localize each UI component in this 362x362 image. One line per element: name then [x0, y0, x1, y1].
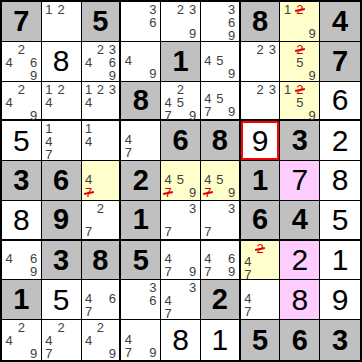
candidate-3: 3: [187, 281, 199, 294]
candidate-4: 4: [202, 173, 214, 186]
candidate-2-struck: 2: [294, 43, 306, 56]
cell-r3c5[interactable]: 24579: [161, 82, 201, 122]
cell-r4c9[interactable]: 2: [320, 121, 360, 161]
cell-r4c7[interactable]: 9: [241, 121, 281, 161]
solved-digit: 8: [291, 285, 308, 315]
candidate-3: 3: [226, 202, 238, 215]
cell-r1c3[interactable]: 5: [82, 2, 122, 42]
cell-r8c2[interactable]: 5: [42, 280, 82, 320]
cell-r6c8[interactable]: 4: [280, 201, 320, 241]
candidate-9: 9: [147, 346, 159, 359]
given-digit: 1: [133, 205, 149, 234]
candidate-4: 4: [3, 252, 15, 265]
candidate-4: 4: [3, 56, 15, 69]
solved-digit: 2: [291, 245, 308, 275]
pencil-marks: 129: [281, 3, 318, 40]
candidate-3: 3: [187, 202, 199, 215]
candidate-7: 7: [122, 346, 134, 359]
solved-digit: 5: [332, 205, 349, 235]
cell-r2c5[interactable]: 1: [161, 42, 201, 82]
candidate-2: 2: [174, 83, 186, 96]
candidate-9: 9: [187, 27, 199, 40]
candidate-4: 4: [162, 173, 174, 186]
cell-r9c1[interactable]: 249: [2, 320, 42, 360]
candidate-9: 9: [187, 265, 199, 278]
cell-r3c7[interactable]: 23: [241, 82, 281, 122]
pencil-marks: 479: [162, 242, 199, 279]
pencil-marks: 47: [242, 281, 279, 318]
cell-r9c3[interactable]: 249: [82, 320, 122, 360]
cell-r9c9[interactable]: 3: [320, 320, 360, 360]
pencil-marks: 4579: [202, 83, 238, 119]
cell-r7c9[interactable]: 1: [320, 241, 360, 281]
solved-digit: 8: [13, 205, 30, 235]
cell-r8c3[interactable]: 467: [82, 280, 122, 320]
candidate-9: 9: [106, 347, 118, 360]
cell-r9c5[interactable]: 8: [161, 320, 201, 360]
cell-r8c7[interactable]: 47: [241, 280, 281, 320]
given-digit: 8: [212, 126, 228, 155]
cell-r1c7[interactable]: 8: [241, 2, 281, 42]
candidate-7: 7: [202, 225, 214, 238]
solved-digit: 5: [53, 285, 70, 315]
candidate-2: 2: [254, 43, 266, 56]
cell-r3c4[interactable]: 8: [121, 82, 161, 122]
pencil-marks: 36: [122, 3, 159, 40]
candidate-7: 7: [162, 265, 174, 278]
cell-r7c4[interactable]: 5: [121, 241, 161, 281]
cell-r2c4[interactable]: 49: [121, 42, 161, 82]
given-digit: 8: [252, 7, 268, 36]
candidate-2: 2: [15, 43, 27, 56]
candidate-6: 6: [147, 16, 159, 29]
cell-r2c2[interactable]: 8: [42, 42, 82, 82]
candidate-2: 2: [94, 321, 106, 334]
candidate-5: 5: [174, 173, 186, 186]
solved-digit: 9: [252, 126, 269, 156]
cell-r4c1[interactable]: 5: [2, 121, 42, 161]
pencil-marks: 37: [162, 202, 199, 238]
candidate-9: 9: [306, 27, 318, 40]
candidate-4: 4: [43, 96, 55, 109]
candidate-9: 9: [28, 347, 40, 360]
candidate-1: 1: [281, 83, 293, 96]
candidate-6: 6: [106, 56, 118, 69]
given-digit: 4: [332, 7, 348, 36]
pencil-marks: 47: [122, 122, 159, 159]
pencil-marks: 467: [83, 281, 119, 318]
pencil-marks: 249: [3, 321, 40, 359]
cell-r2c9[interactable]: 7: [320, 42, 360, 82]
candidate-5: 5: [174, 96, 186, 109]
given-digit: 7: [332, 47, 348, 76]
solved-digit: 8: [172, 325, 189, 355]
cell-r6c3[interactable]: 27: [82, 201, 122, 241]
cell-r2c3[interactable]: 23469: [82, 42, 122, 82]
candidate-5: 5: [214, 54, 226, 67]
given-digit: 1: [172, 47, 188, 76]
candidate-4: 4: [83, 56, 95, 69]
given-digit: 1: [13, 285, 29, 314]
given-digit: 1: [252, 166, 268, 195]
cell-r6c4[interactable]: 1: [121, 201, 161, 241]
candidate-1: 1: [281, 3, 293, 16]
candidate-1: 1: [43, 83, 55, 96]
cell-r1c9[interactable]: 4: [320, 2, 360, 42]
cell-r5c1[interactable]: 3: [2, 161, 42, 201]
pencil-marks: 23: [242, 83, 279, 119]
pencil-marks: 469: [3, 242, 40, 279]
candidate-2: 2: [15, 83, 27, 96]
candidate-2-struck: 2: [294, 83, 306, 96]
given-digit: 3: [13, 166, 29, 195]
given-digit: 3: [292, 126, 308, 155]
solved-digit: 1: [211, 325, 228, 355]
cell-r5c3[interactable]: 47: [82, 161, 122, 201]
candidate-9: 9: [226, 186, 238, 199]
pencil-marks: 1259: [281, 83, 318, 119]
candidate-2: 2: [55, 83, 67, 96]
pencil-marks: 2469: [3, 43, 40, 80]
cell-r5c4[interactable]: 2: [121, 161, 161, 201]
cell-r4c3[interactable]: 14: [82, 121, 122, 161]
cell-r3c3[interactable]: 1234: [82, 82, 122, 122]
cell-r9c8[interactable]: 6: [280, 320, 320, 360]
candidate-4: 4: [83, 135, 95, 148]
given-digit: 7: [13, 7, 29, 36]
cell-r3c8[interactable]: 1259: [280, 82, 320, 122]
candidate-7: 7: [43, 347, 55, 360]
cell-r1c2[interactable]: 12: [42, 2, 82, 42]
cell-r4c6[interactable]: 8: [201, 121, 241, 161]
candidate-2: 2: [94, 43, 106, 56]
candidate-2: 2: [15, 321, 27, 334]
candidate-4: 4: [83, 334, 95, 347]
candidate-4: 4: [242, 255, 254, 268]
solved-digit: 8: [332, 165, 349, 195]
cell-r4c4[interactable]: 47: [121, 121, 161, 161]
candidate-4: 4: [83, 96, 95, 109]
pencil-marks: 49: [122, 43, 159, 80]
candidate-5: 5: [294, 96, 306, 109]
cell-r6c2[interactable]: 9: [42, 201, 82, 241]
given-digit: 3: [53, 246, 69, 275]
candidate-9: 9: [226, 265, 238, 278]
cell-r4c8[interactable]: 3: [280, 121, 320, 161]
candidate-7-struck: 7: [83, 186, 95, 199]
pencil-marks: 1234: [83, 83, 119, 119]
cell-r1c5[interactable]: 239: [161, 2, 201, 42]
given-digit: 9: [53, 205, 69, 234]
pencil-marks: 47: [83, 162, 119, 199]
candidate-3: 3: [266, 43, 278, 56]
solved-digit: 5: [13, 126, 30, 156]
pencil-marks: 12: [43, 3, 80, 40]
pencil-marks: 239: [162, 3, 199, 40]
candidate-4: 4: [83, 173, 95, 186]
given-digit: 2: [133, 166, 149, 195]
candidate-9: 9: [306, 109, 318, 122]
pencil-marks: 37: [202, 202, 238, 238]
candidate-1: 1: [43, 3, 55, 16]
candidate-9: 9: [226, 105, 238, 118]
candidate-9: 9: [28, 69, 40, 82]
pencil-marks: 249: [3, 83, 40, 119]
cell-r1c8[interactable]: 129: [280, 2, 320, 42]
given-digit: 5: [252, 326, 268, 355]
cell-r8c5[interactable]: 347: [161, 280, 201, 320]
candidate-3: 3: [106, 83, 118, 96]
cell-r9c2[interactable]: 247: [42, 320, 82, 360]
candidate-2-struck: 2: [294, 3, 306, 16]
candidate-6: 6: [147, 294, 159, 307]
candidate-6: 6: [28, 56, 40, 69]
cell-r9c6[interactable]: 1: [201, 320, 241, 360]
solved-digit: 6: [332, 85, 349, 115]
given-digit: 4: [292, 205, 308, 234]
candidate-3: 3: [266, 83, 278, 96]
given-digit: 6: [53, 166, 69, 195]
cell-r3c9[interactable]: 6: [320, 82, 360, 122]
candidate-2: 2: [55, 321, 67, 334]
cell-r3c1[interactable]: 249: [2, 82, 42, 122]
cell-r5c8[interactable]: 7: [280, 161, 320, 201]
candidate-5: 5: [214, 92, 226, 105]
given-digit: 5: [92, 7, 108, 36]
candidate-9: 9: [187, 109, 199, 122]
cell-r6c9[interactable]: 5: [320, 201, 360, 241]
cell-r7c6[interactable]: 4679: [201, 241, 241, 281]
cell-r9c7[interactable]: 5: [241, 320, 281, 360]
given-digit: 6: [292, 326, 308, 355]
candidate-9: 9: [28, 265, 40, 278]
candidate-7-struck: 7: [162, 186, 174, 199]
cell-r1c4[interactable]: 36: [121, 2, 161, 42]
candidate-2: 2: [174, 3, 186, 16]
solved-digit: 9: [332, 285, 349, 315]
pencil-marks: 36: [122, 281, 159, 318]
pencil-marks: 347: [162, 281, 199, 318]
candidate-7: 7: [242, 305, 254, 318]
candidate-7: 7: [202, 105, 214, 118]
pencil-marks: 23: [242, 43, 279, 80]
candidate-7: 7: [83, 225, 95, 238]
candidate-2: 2: [254, 83, 266, 96]
solved-digit: 1: [332, 245, 349, 275]
candidate-5: 5: [214, 173, 226, 186]
cell-r3c2[interactable]: 124: [42, 82, 82, 122]
candidate-9: 9: [226, 67, 238, 80]
pencil-marks: 369: [202, 3, 238, 40]
pencil-marks: 23469: [83, 43, 119, 80]
candidate-3: 3: [187, 3, 199, 16]
pencil-marks: 479: [122, 321, 159, 359]
cell-r6c6[interactable]: 37: [201, 201, 241, 241]
candidate-7: 7: [242, 268, 254, 281]
cell-r6c7[interactable]: 6: [241, 201, 281, 241]
cell-r4c2[interactable]: 147: [42, 121, 82, 161]
candidate-1: 1: [83, 83, 95, 96]
solved-digit: 8: [53, 46, 70, 76]
candidate-2: 2: [55, 3, 67, 16]
cell-r7c5[interactable]: 479: [161, 241, 201, 281]
pencil-marks: 249: [83, 321, 119, 359]
given-digit: 5: [133, 246, 149, 275]
candidate-4: 4: [202, 54, 214, 67]
pencil-marks: 259: [281, 43, 318, 80]
candidate-4: 4: [122, 54, 134, 67]
pencil-marks: 147: [43, 122, 80, 159]
candidate-2: 2: [94, 202, 106, 215]
candidate-4: 4: [3, 96, 15, 109]
candidate-7: 7: [202, 265, 214, 278]
cell-r2c8[interactable]: 259: [280, 42, 320, 82]
cell-r8c9[interactable]: 9: [320, 280, 360, 320]
candidate-9: 9: [306, 69, 318, 82]
cell-r1c1[interactable]: 7: [2, 2, 42, 42]
given-digit: 6: [172, 126, 188, 155]
given-digit: 6: [252, 205, 268, 234]
given-digit: 3: [332, 326, 348, 355]
candidate-3: 3: [106, 43, 118, 56]
pencil-marks: 4579: [162, 162, 199, 199]
cell-r6c5[interactable]: 37: [161, 201, 201, 241]
pencil-marks: 459: [202, 43, 238, 80]
cell-r8c6[interactable]: 2: [201, 280, 241, 320]
cell-r8c4[interactable]: 36: [121, 280, 161, 320]
pencil-marks: 27: [83, 202, 119, 238]
cell-r7c7[interactable]: 247: [241, 241, 281, 281]
candidate-7: 7: [83, 305, 95, 318]
cell-r7c2[interactable]: 3: [42, 241, 82, 281]
pencil-marks: 124: [43, 83, 80, 119]
cell-r5c6[interactable]: 4579: [201, 161, 241, 201]
candidate-2-struck: 2: [254, 242, 266, 255]
pencil-marks: 14: [83, 122, 119, 159]
cell-r7c1[interactable]: 469: [2, 241, 42, 281]
cell-r8c1[interactable]: 1: [2, 280, 42, 320]
candidate-7: 7: [122, 146, 134, 159]
candidate-5: 5: [294, 56, 306, 69]
candidate-7-struck: 7: [202, 186, 214, 199]
pencil-marks: 247: [43, 321, 80, 359]
candidate-9: 9: [106, 69, 118, 82]
candidate-6: 6: [106, 292, 118, 305]
solved-digit: 7: [291, 165, 308, 195]
pencil-marks: 4679: [202, 242, 238, 279]
cell-r1c6[interactable]: 369: [201, 2, 241, 42]
cell-r2c6[interactable]: 459: [201, 42, 241, 82]
given-digit: 2: [212, 285, 228, 314]
candidate-7: 7: [43, 148, 55, 161]
candidate-4: 4: [162, 96, 174, 109]
cell-r5c7[interactable]: 1: [241, 161, 281, 201]
cell-r4c5[interactable]: 6: [161, 121, 201, 161]
cell-r7c3[interactable]: 8: [82, 241, 122, 281]
candidate-9: 9: [187, 186, 199, 199]
cell-r5c9[interactable]: 8: [320, 161, 360, 201]
candidate-7: 7: [162, 307, 174, 320]
sudoku-board: 7125362393698129424698234694914592325972…: [0, 0, 362, 362]
cell-r5c5[interactable]: 4579: [161, 161, 201, 201]
given-digit: 8: [92, 246, 108, 275]
cell-r5c2[interactable]: 6: [42, 161, 82, 201]
candidate-2: 2: [94, 83, 106, 96]
candidate-9: 9: [28, 109, 40, 122]
candidate-9: 9: [226, 29, 238, 42]
cell-r6c1[interactable]: 8: [2, 201, 42, 241]
pencil-marks: 247: [242, 242, 279, 279]
cell-r9c4[interactable]: 479: [121, 320, 161, 360]
candidate-9: 9: [147, 67, 159, 80]
candidate-7: 7: [162, 225, 174, 238]
cell-r2c7[interactable]: 23: [241, 42, 281, 82]
cell-r2c1[interactable]: 2469: [2, 42, 42, 82]
pencil-marks: 24579: [162, 83, 199, 119]
cell-r3c6[interactable]: 4579: [201, 82, 241, 122]
given-digit: 8: [133, 86, 149, 115]
pencil-marks: 4579: [202, 162, 238, 199]
solved-digit: 2: [332, 126, 349, 156]
cell-r8c8[interactable]: 8: [280, 280, 320, 320]
candidate-7: 7: [162, 109, 174, 122]
cell-r7c8[interactable]: 2: [280, 241, 320, 281]
candidate-4: 4: [3, 334, 15, 347]
